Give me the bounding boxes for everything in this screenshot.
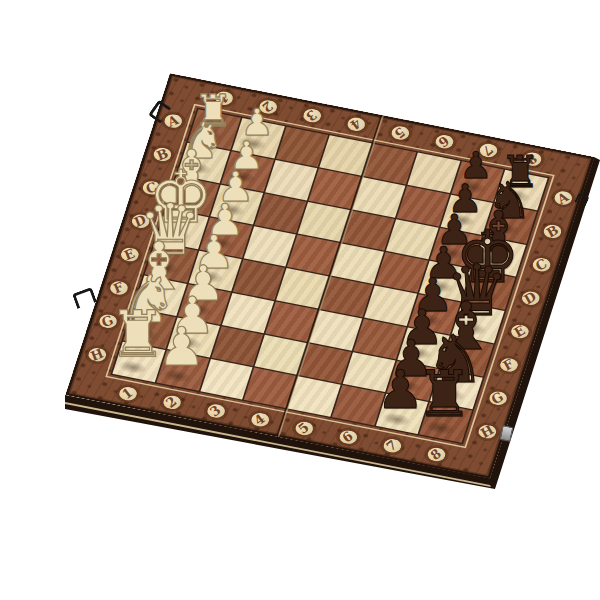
label-right-A: A [550,188,575,207]
coordinate-label: 6 [340,429,355,445]
photo-canvas: AA11BB22CC33DD44EE55FF66GG77HH88 ♜♟♟♜♞♟♟… [0,0,600,600]
coordinate-label: 3 [304,107,319,123]
label-right-B: B [539,221,564,240]
label-left-H: H [84,345,109,364]
hinge-icon [500,425,514,442]
label-bottom-7: 7 [379,436,404,455]
coordinate-label: G [490,390,506,407]
label-bottom-6: 6 [335,427,360,446]
coordinate-label: 8 [429,446,444,462]
label-top-3: 3 [299,106,324,125]
coordinate-label: 7 [385,438,400,454]
coordinate-label: 4 [348,116,363,132]
coordinate-label: C [534,256,549,272]
coordinate-label: B [544,223,560,240]
label-bottom-8: 8 [423,444,448,463]
label-bottom-2: 2 [159,392,184,411]
label-right-G: G [485,388,510,407]
label-bottom-4: 4 [247,410,272,429]
coordinate-label: A [555,190,570,206]
coordinate-label: 5 [296,420,311,436]
label-bottom-1: 1 [115,384,140,403]
white-pawn-glyph: ♟ [157,321,205,374]
coordinate-label: 1 [120,385,135,401]
label-right-C: C [529,255,554,274]
label-bottom-5: 5 [291,418,316,437]
coordinate-label: H [478,423,495,440]
coordinate-label: 6 [437,133,452,149]
black-rook-glyph: ♜ [416,363,473,426]
coordinate-label: F [501,357,515,373]
label-top-5: 5 [387,123,412,142]
label-right-D: D [518,288,543,307]
label-right-E: E [507,321,532,340]
board-squares: ♜♟♟♜♞♟♟♞♝♟♟♝♚♟♟♚♛♟♟♛♝♟♟♝♞♟♟♞♜♟♟♜ [110,108,549,445]
coordinate-label: A [166,113,180,129]
coordinate-label: 5 [392,125,407,141]
label-right-F: F [496,355,521,374]
square-h8[interactable]: ♜ [419,402,472,442]
label-right-H: H [474,422,499,441]
coordinate-label: 4 [252,411,267,427]
coordinate-label: H [89,346,105,363]
coordinate-label: E [512,323,527,339]
coordinate-label: D [522,289,538,306]
coordinate-label: 2 [164,394,179,410]
label-top-4: 4 [343,114,368,133]
label-bottom-3: 3 [203,401,228,420]
label-top-6: 6 [431,132,456,151]
coordinate-label: 3 [208,403,223,419]
